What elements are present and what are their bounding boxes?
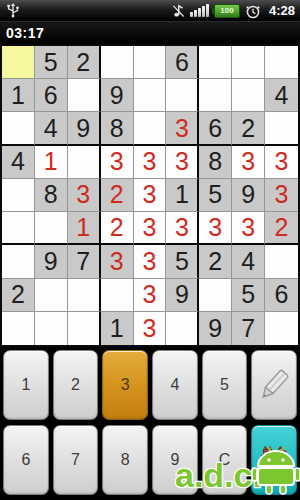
cell-r8c1[interactable]: 2 [2, 279, 35, 312]
cell-r6c3[interactable]: 1 [68, 212, 101, 245]
cell-r2c2[interactable]: 6 [35, 79, 68, 112]
cell-r2c8[interactable] [232, 79, 265, 112]
cell-r5c3[interactable]: 3 [68, 179, 101, 212]
cell-r6c9[interactable]: 2 [265, 212, 298, 245]
key-2[interactable]: 2 [53, 350, 99, 420]
keypad: 12345 6789C单个数字 [0, 347, 300, 500]
key-7[interactable]: 7 [53, 425, 99, 495]
cell-r9c4[interactable]: 1 [101, 312, 134, 345]
cell-r7c9[interactable] [265, 245, 298, 278]
key-6[interactable]: 6 [3, 425, 49, 495]
cell-r8c5[interactable]: 3 [134, 279, 167, 312]
pencil-icon [256, 364, 292, 406]
cell-r8c8[interactable]: 5 [232, 279, 265, 312]
cell-r1c4[interactable] [101, 46, 134, 79]
key-4[interactable]: 4 [152, 350, 198, 420]
game-timer: 03:17 [0, 25, 44, 41]
cell-r3c2[interactable]: 4 [35, 112, 68, 145]
clear-button[interactable]: C [202, 425, 248, 495]
cell-r8c9[interactable]: 6 [265, 279, 298, 312]
key-9[interactable]: 9 [152, 425, 198, 495]
usb-icon [5, 2, 21, 19]
cell-r2c1[interactable]: 1 [2, 79, 35, 112]
key-3[interactable]: 3 [102, 350, 148, 420]
clock-time: 4:28 [269, 3, 295, 18]
cell-r8c6[interactable]: 9 [166, 279, 199, 312]
key-1[interactable]: 1 [3, 350, 49, 420]
cell-r2c6[interactable] [166, 79, 199, 112]
cell-r2c7[interactable] [199, 79, 232, 112]
cell-r1c6[interactable]: 6 [166, 46, 199, 79]
cell-r9c1[interactable] [2, 312, 35, 345]
mute-note-icon [172, 3, 185, 18]
cell-r4c2[interactable]: 1 [35, 146, 68, 179]
cell-r3c8[interactable]: 2 [232, 112, 265, 145]
cell-r6c5[interactable]: 3 [134, 212, 167, 245]
cell-r1c2[interactable]: 5 [35, 46, 68, 79]
cell-r2c3[interactable] [68, 79, 101, 112]
cell-r8c2[interactable] [35, 279, 68, 312]
phone-screen: 100 4:28 03:17 5261694498362413338338323… [0, 0, 300, 500]
keypad-row-2: 6789C单个数字 [0, 425, 300, 495]
cell-r7c4[interactable]: 3 [101, 245, 134, 278]
cell-r1c3[interactable]: 2 [68, 46, 101, 79]
cell-r3c7[interactable]: 6 [199, 112, 232, 145]
cell-r5c5[interactable]: 3 [134, 179, 167, 212]
cell-r2c5[interactable] [134, 79, 167, 112]
cell-r4c8[interactable]: 3 [232, 146, 265, 179]
battery-level: 100 [220, 7, 233, 15]
cell-r9c9[interactable] [265, 312, 298, 345]
cell-r3c1[interactable] [2, 112, 35, 145]
cell-r8c7[interactable] [199, 279, 232, 312]
cell-r5c8[interactable]: 9 [232, 179, 265, 212]
cell-r5c4[interactable]: 2 [101, 179, 134, 212]
keypad-row-1: 12345 [0, 350, 300, 420]
cell-r4c1[interactable]: 4 [2, 146, 35, 179]
cell-r7c2[interactable]: 9 [35, 245, 68, 278]
battery-icon: 100 [214, 4, 240, 18]
sudoku-board: 5261694498362413338338323159312333329733… [0, 44, 300, 347]
cell-r9c2[interactable] [35, 312, 68, 345]
cell-r9c6[interactable] [166, 312, 199, 345]
cell-r7c7[interactable]: 2 [199, 245, 232, 278]
cell-r7c5[interactable]: 3 [134, 245, 167, 278]
cell-r4c7[interactable]: 8 [199, 146, 232, 179]
cell-r7c3[interactable]: 7 [68, 245, 101, 278]
pencil-button[interactable] [251, 350, 297, 420]
cell-r3c9[interactable] [265, 112, 298, 145]
cell-r8c3[interactable] [68, 279, 101, 312]
cell-r4c4[interactable]: 3 [101, 146, 134, 179]
key-5[interactable]: 5 [202, 350, 248, 420]
cell-r6c6[interactable]: 3 [166, 212, 199, 245]
cell-r7c1[interactable] [2, 245, 35, 278]
timer-bar: 03:17 [0, 22, 300, 44]
cell-r5c6[interactable]: 1 [166, 179, 199, 212]
status-bar: 100 4:28 [0, 0, 300, 22]
cell-r8c4[interactable] [101, 279, 134, 312]
cell-r4c6[interactable]: 3 [166, 146, 199, 179]
cell-r5c9[interactable]: 3 [265, 179, 298, 212]
cell-r9c7[interactable]: 9 [199, 312, 232, 345]
cell-r1c1[interactable] [2, 46, 35, 79]
single-digit-mode-button[interactable]: 单个数字 [251, 425, 297, 495]
cell-r1c8[interactable] [232, 46, 265, 79]
cell-r3c3[interactable]: 9 [68, 112, 101, 145]
key-8[interactable]: 8 [102, 425, 148, 495]
cell-r5c2[interactable]: 8 [35, 179, 68, 212]
cell-r9c8[interactable]: 7 [232, 312, 265, 345]
cell-r6c8[interactable]: 3 [232, 212, 265, 245]
cell-r3c4[interactable]: 8 [101, 112, 134, 145]
cell-r6c1[interactable] [2, 212, 35, 245]
cell-r4c5[interactable]: 3 [134, 146, 167, 179]
cell-r7c6[interactable]: 5 [166, 245, 199, 278]
cell-r4c9[interactable]: 3 [265, 146, 298, 179]
cell-r3c6[interactable]: 3 [166, 112, 199, 145]
cell-r2c9[interactable]: 4 [265, 79, 298, 112]
cell-r9c3[interactable] [68, 312, 101, 345]
signal-strength-icon [190, 4, 209, 17]
cell-r6c2[interactable] [35, 212, 68, 245]
cell-r5c1[interactable] [2, 179, 35, 212]
alarm-clock-icon [245, 3, 261, 19]
cell-r4c3[interactable] [68, 146, 101, 179]
cell-r6c7[interactable]: 3 [199, 212, 232, 245]
cell-r9c5[interactable]: 3 [134, 312, 167, 345]
cell-r1c5[interactable] [134, 46, 167, 79]
cell-r1c9[interactable] [265, 46, 298, 79]
cell-r1c7[interactable] [199, 46, 232, 79]
cell-r7c8[interactable]: 4 [232, 245, 265, 278]
cell-r5c7[interactable]: 5 [199, 179, 232, 212]
cell-r6c4[interactable]: 2 [101, 212, 134, 245]
cell-r2c4[interactable]: 9 [101, 79, 134, 112]
cell-r3c5[interactable] [134, 112, 167, 145]
